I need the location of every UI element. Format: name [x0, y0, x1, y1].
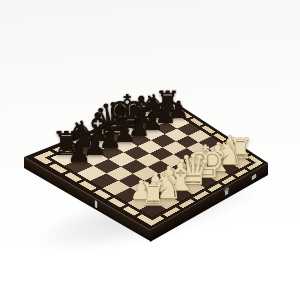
hinge-clasp [95, 200, 97, 208]
maker-emblem: ♛ [224, 186, 230, 198]
chess-set-product-photo: ♛ ♜♞♝♛♚♝♞♜♟♟♟♟♟♟♟♟♟♟♟♟♟♟♟♟♜♞♝♛♚♝♞♜ [0, 0, 300, 300]
metal-clasp [252, 173, 257, 180]
